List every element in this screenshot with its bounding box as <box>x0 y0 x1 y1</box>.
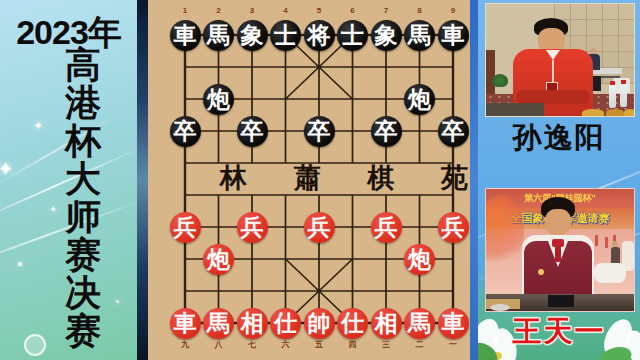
door-frame <box>486 50 495 98</box>
left-divider <box>137 0 148 360</box>
file-label: 9 <box>443 6 463 15</box>
glow-dot <box>116 300 119 303</box>
river-character: 蕭 <box>294 160 321 196</box>
file-label: 3 <box>242 6 262 15</box>
player-name-top: 孙逸阳 <box>478 118 640 158</box>
plant <box>492 74 508 87</box>
piece-black-卒[interactable]: 卒 <box>237 116 268 147</box>
piece-black-馬[interactable]: 馬 <box>404 20 435 51</box>
right-divider <box>470 0 478 360</box>
dish <box>624 109 635 116</box>
piece-black-士[interactable]: 士 <box>337 20 368 51</box>
dark-object <box>548 295 574 307</box>
file-label: 八 <box>209 339 229 350</box>
piece-red-仕[interactable]: 仕 <box>337 308 368 339</box>
piece-black-車[interactable]: 車 <box>170 20 201 51</box>
file-label: 三 <box>376 339 396 350</box>
piece-red-炮[interactable]: 炮 <box>203 244 234 275</box>
piece-black-車[interactable]: 車 <box>438 20 469 51</box>
jacket-collar <box>546 50 560 60</box>
players-panel: 孙逸阳 第六届"碧桂园杯" 全国象棋冠军邀请赛 <box>478 0 640 360</box>
piece-black-卒[interactable]: 卒 <box>438 116 469 147</box>
piece-red-炮[interactable]: 炮 <box>404 244 435 275</box>
piece-red-兵[interactable]: 兵 <box>170 212 201 243</box>
background-person <box>611 247 620 263</box>
water-bottle <box>609 84 616 108</box>
glow-dot <box>18 262 22 266</box>
sparkle-icon: ✦ <box>34 120 42 131</box>
piece-red-兵[interactable]: 兵 <box>304 212 335 243</box>
river-character: 林 <box>220 160 247 196</box>
dish <box>582 109 604 116</box>
file-label: 六 <box>276 339 296 350</box>
piece-black-卒[interactable]: 卒 <box>304 116 335 147</box>
file-label: 五 <box>309 339 329 350</box>
piece-red-帥[interactable]: 帥 <box>304 308 335 339</box>
cup <box>490 304 510 311</box>
crossed-arms <box>516 90 590 104</box>
file-label: 四 <box>343 339 363 350</box>
event-title-panel: ✦ ✦ ✦ 2023年 高港杯大师赛决赛 <box>0 0 137 360</box>
piece-black-卒[interactable]: 卒 <box>170 116 201 147</box>
piece-red-仕[interactable]: 仕 <box>270 308 301 339</box>
piece-red-車[interactable]: 車 <box>438 308 469 339</box>
file-label: 2 <box>209 6 229 15</box>
sparkle-icon: ✦ <box>50 205 57 214</box>
piece-black-卒[interactable]: 卒 <box>371 116 402 147</box>
piece-black-炮[interactable]: 炮 <box>404 84 435 115</box>
xiangqi-board[interactable]: 123456789 九八七六五四三二一 林蕭棋苑 車馬象士将士象馬車炮炮卒卒卒卒… <box>148 0 470 360</box>
piece-black-炮[interactable]: 炮 <box>203 84 234 115</box>
piece-red-馬[interactable]: 馬 <box>404 308 435 339</box>
water-bottle <box>620 83 627 107</box>
file-label: 九 <box>175 339 195 350</box>
river-text: 林蕭棋苑 <box>220 163 468 193</box>
sparkle-icon: ✦ <box>0 158 13 180</box>
file-label: 8 <box>410 6 430 15</box>
badge <box>538 269 544 275</box>
piece-red-兵[interactable]: 兵 <box>237 212 268 243</box>
piece-red-相[interactable]: 相 <box>371 308 402 339</box>
piece-red-馬[interactable]: 馬 <box>203 308 234 339</box>
player-photo-top <box>485 3 635 117</box>
piece-red-兵[interactable]: 兵 <box>438 212 469 243</box>
piece-red-兵[interactable]: 兵 <box>371 212 402 243</box>
piece-black-将[interactable]: 将 <box>304 20 335 51</box>
river-character: 棋 <box>367 160 394 196</box>
piece-black-象[interactable]: 象 <box>371 20 402 51</box>
event-name-vertical: 高港杯大师赛决赛 <box>63 46 103 350</box>
file-label: 二 <box>410 339 430 350</box>
bubble-decoration <box>24 334 46 356</box>
video-frame: ✦ ✦ ✦ 2023年 高港杯大师赛决赛 123456789 九八七六五四三二一… <box>0 0 640 360</box>
piece-black-象[interactable]: 象 <box>237 20 268 51</box>
piece-black-士[interactable]: 士 <box>270 20 301 51</box>
foreground-table <box>486 103 544 116</box>
dish <box>606 109 624 116</box>
red-tie-tail <box>555 246 561 262</box>
player-photo-bottom: 第六届"碧桂园杯" 全国象棋冠军邀请赛 <box>485 188 635 312</box>
chair <box>594 263 626 283</box>
banner-red-text <box>605 237 608 248</box>
river-character: 苑 <box>441 160 468 196</box>
file-label: 七 <box>242 339 262 350</box>
file-label: 1 <box>175 6 195 15</box>
file-label: 5 <box>309 6 329 15</box>
piece-red-相[interactable]: 相 <box>237 308 268 339</box>
file-label: 7 <box>376 6 396 15</box>
file-label: 4 <box>276 6 296 15</box>
player-face <box>545 209 571 235</box>
player-name-bottom: 王天一 <box>478 312 640 352</box>
piece-red-車[interactable]: 車 <box>170 308 201 339</box>
file-label: 6 <box>343 6 363 15</box>
piece-black-馬[interactable]: 馬 <box>203 20 234 51</box>
file-label: 一 <box>443 339 463 350</box>
banner-red-text <box>595 235 598 246</box>
